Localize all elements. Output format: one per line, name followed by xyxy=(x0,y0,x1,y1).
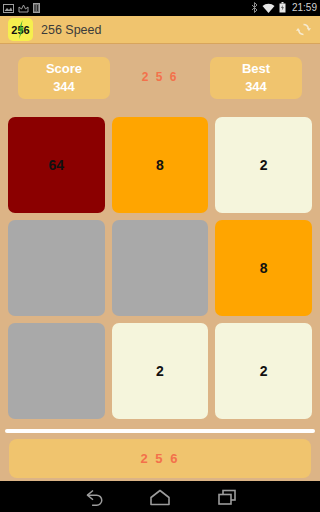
app-bar: 256 256 Speed xyxy=(0,16,320,44)
nav-bar xyxy=(0,481,320,512)
score-label: Score xyxy=(46,60,82,78)
lightning-bolt-icon xyxy=(17,20,25,41)
score-panel: Score 344 xyxy=(18,57,110,99)
tile[interactable]: 2 xyxy=(112,323,209,419)
game-board[interactable]: 64 8 2 8 2 2 xyxy=(8,117,312,419)
separator-line xyxy=(5,429,315,433)
status-bar-right: 21:59 xyxy=(251,0,317,17)
screenshot-icon xyxy=(3,0,14,17)
tile[interactable]: 2 xyxy=(215,323,312,419)
bluetooth-icon xyxy=(251,0,258,17)
tile[interactable] xyxy=(112,220,209,316)
storage-icon xyxy=(33,0,40,17)
back-button[interactable] xyxy=(81,486,105,508)
wifi-icon xyxy=(262,0,275,17)
recents-button[interactable] xyxy=(215,486,239,508)
tile[interactable]: 8 xyxy=(215,220,312,316)
clock: 21:59 xyxy=(290,0,317,16)
screen: 21:59 256 256 Speed Score 344 2 5 6 Best… xyxy=(0,0,320,512)
crown-icon xyxy=(18,0,29,17)
tile[interactable]: 2 xyxy=(215,117,312,213)
best-panel: Best 344 xyxy=(210,57,302,99)
best-label: Best xyxy=(242,60,270,78)
footer-target-text: 2 5 6 xyxy=(141,451,180,466)
best-value: 344 xyxy=(245,78,267,96)
app-icon: 256 xyxy=(8,18,33,41)
footer-panel: 2 5 6 xyxy=(9,439,311,478)
tile[interactable] xyxy=(8,323,105,419)
home-button[interactable] xyxy=(148,486,172,508)
battery-icon xyxy=(279,0,286,17)
refresh-icon[interactable] xyxy=(295,21,312,38)
tile[interactable] xyxy=(8,220,105,316)
status-bar-left-icons xyxy=(3,0,40,17)
app-title: 256 Speed xyxy=(41,23,101,37)
status-bar: 21:59 xyxy=(0,0,320,16)
score-value: 344 xyxy=(53,78,75,96)
tile[interactable]: 8 xyxy=(112,117,209,213)
tile[interactable]: 64 xyxy=(8,117,105,213)
target-text: 2 5 6 xyxy=(110,70,210,84)
